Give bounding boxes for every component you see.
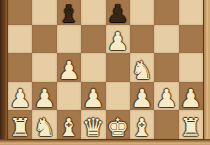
- square-c1[interactable]: ♝: [57, 110, 81, 139]
- black-bishop: ♝: [58, 1, 80, 26]
- square-c2[interactable]: [57, 82, 81, 111]
- square-a5[interactable]: [8, 0, 32, 25]
- square-h2[interactable]: ♟: [179, 82, 203, 111]
- square-f4[interactable]: [130, 25, 154, 54]
- square-h5[interactable]: [179, 0, 203, 25]
- square-e2[interactable]: [106, 82, 130, 111]
- board-frame-bottom: [0, 139, 210, 145]
- square-f3[interactable]: ♞: [130, 53, 154, 82]
- white-pawn: ♟: [106, 29, 128, 54]
- square-d2[interactable]: ♟: [81, 82, 105, 111]
- square-a2[interactable]: ♟: [8, 82, 32, 111]
- white-knight: ♞: [131, 58, 153, 83]
- square-g5[interactable]: [154, 0, 178, 25]
- square-c5[interactable]: ♝: [57, 0, 81, 25]
- square-e1[interactable]: ♚: [106, 110, 130, 139]
- white-pawn: ♟: [82, 86, 104, 111]
- square-f1[interactable]: ♝: [130, 110, 154, 139]
- white-knight: ♞: [33, 115, 55, 140]
- square-h4[interactable]: [179, 25, 203, 54]
- square-g3[interactable]: [154, 53, 178, 82]
- square-e3[interactable]: [106, 53, 130, 82]
- white-pawn: ♟: [131, 86, 153, 111]
- white-pawn: ♟: [9, 86, 31, 111]
- white-rook: ♜: [180, 115, 202, 140]
- square-e5[interactable]: ♟: [106, 0, 130, 25]
- square-b4[interactable]: [32, 25, 56, 54]
- square-g2[interactable]: ♟: [154, 82, 178, 111]
- square-b5[interactable]: [32, 0, 56, 25]
- square-a4[interactable]: [8, 25, 32, 54]
- square-b2[interactable]: ♟: [32, 82, 56, 111]
- white-bishop: ♝: [58, 115, 80, 140]
- white-pawn: ♟: [58, 58, 80, 83]
- square-d4[interactable]: [81, 25, 105, 54]
- chess-board: ♝♟♟♟♞♟♟♟♟♟♟♜♞♝♛♚♝♜: [8, 0, 203, 139]
- white-pawn: ♟: [180, 86, 202, 111]
- board-frame-left: [0, 0, 8, 145]
- square-g4[interactable]: [154, 25, 178, 54]
- chess-app-screenshot: ♝♟♟♟♞♟♟♟♟♟♟♜♞♝♛♚♝♜: [0, 0, 210, 145]
- square-b3[interactable]: [32, 53, 56, 82]
- square-f2[interactable]: ♟: [130, 82, 154, 111]
- square-d3[interactable]: [81, 53, 105, 82]
- square-c3[interactable]: ♟: [57, 53, 81, 82]
- square-h1[interactable]: ♜: [179, 110, 203, 139]
- square-h3[interactable]: [179, 53, 203, 82]
- square-d1[interactable]: ♛: [81, 110, 105, 139]
- board-frame-right: [203, 0, 210, 145]
- white-king: ♚: [106, 115, 128, 140]
- square-e4[interactable]: ♟: [106, 25, 130, 54]
- black-pawn: ♟: [106, 1, 128, 26]
- white-queen: ♛: [82, 115, 104, 140]
- square-g1[interactable]: [154, 110, 178, 139]
- square-a1[interactable]: ♜: [8, 110, 32, 139]
- square-f5[interactable]: [130, 0, 154, 25]
- square-a3[interactable]: [8, 53, 32, 82]
- square-b1[interactable]: ♞: [32, 110, 56, 139]
- white-pawn: ♟: [33, 86, 55, 111]
- white-rook: ♜: [9, 115, 31, 140]
- white-bishop: ♝: [131, 115, 153, 140]
- white-pawn: ♟: [155, 86, 177, 111]
- square-c4[interactable]: [57, 25, 81, 54]
- square-d5[interactable]: [81, 0, 105, 25]
